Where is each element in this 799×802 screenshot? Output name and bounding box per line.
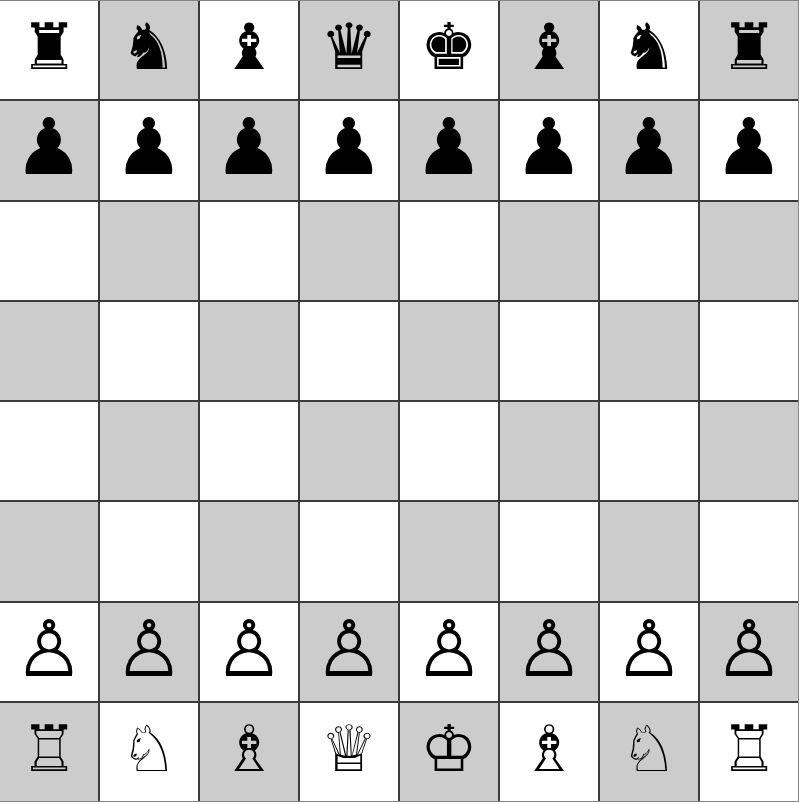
- piece-black-knight[interactable]: ♞: [120, 15, 177, 85]
- square-b2[interactable]: ♙: [100, 603, 198, 701]
- square-d1[interactable]: ♕: [300, 703, 398, 801]
- square-f7[interactable]: ♟: [500, 101, 598, 199]
- square-b6[interactable]: [100, 202, 198, 300]
- piece-black-bishop[interactable]: ♝: [520, 15, 577, 85]
- square-d4[interactable]: [300, 402, 398, 500]
- piece-white-knight[interactable]: ♘: [120, 717, 177, 787]
- square-h1[interactable]: ♖: [700, 703, 798, 801]
- square-h8[interactable]: ♜: [700, 1, 798, 99]
- square-h5[interactable]: [700, 302, 798, 400]
- square-h4[interactable]: [700, 402, 798, 500]
- piece-white-rook[interactable]: ♖: [720, 717, 777, 787]
- square-e8[interactable]: ♚: [400, 1, 498, 99]
- square-a8[interactable]: ♜: [0, 1, 98, 99]
- piece-black-pawn[interactable]: ♟: [614, 108, 684, 192]
- square-d5[interactable]: [300, 302, 398, 400]
- piece-black-rook[interactable]: ♜: [20, 15, 77, 85]
- square-d8[interactable]: ♛: [300, 1, 398, 99]
- piece-white-pawn[interactable]: ♙: [714, 610, 784, 694]
- square-b7[interactable]: ♟: [100, 101, 198, 199]
- square-e5[interactable]: [400, 302, 498, 400]
- square-e7[interactable]: ♟: [400, 101, 498, 199]
- piece-white-pawn[interactable]: ♙: [414, 610, 484, 694]
- piece-black-pawn[interactable]: ♟: [314, 108, 384, 192]
- square-e6[interactable]: [400, 202, 498, 300]
- chess-board: ♜♞♝♛♚♝♞♜♟♟♟♟♟♟♟♟♙♙♙♙♙♙♙♙♖♘♗♕♔♗♘♖: [0, 0, 799, 802]
- square-e4[interactable]: [400, 402, 498, 500]
- piece-black-pawn[interactable]: ♟: [14, 108, 84, 192]
- piece-white-queen[interactable]: ♕: [320, 717, 377, 787]
- square-h7[interactable]: ♟: [700, 101, 798, 199]
- square-g3[interactable]: [600, 502, 698, 600]
- square-c7[interactable]: ♟: [200, 101, 298, 199]
- square-d6[interactable]: [300, 202, 398, 300]
- square-b4[interactable]: [100, 402, 198, 500]
- square-e1[interactable]: ♔: [400, 703, 498, 801]
- square-f4[interactable]: [500, 402, 598, 500]
- square-g7[interactable]: ♟: [600, 101, 698, 199]
- square-f6[interactable]: [500, 202, 598, 300]
- square-c3[interactable]: [200, 502, 298, 600]
- square-g8[interactable]: ♞: [600, 1, 698, 99]
- square-c1[interactable]: ♗: [200, 703, 298, 801]
- square-h6[interactable]: [700, 202, 798, 300]
- square-c5[interactable]: [200, 302, 298, 400]
- square-c2[interactable]: ♙: [200, 603, 298, 701]
- square-c4[interactable]: [200, 402, 298, 500]
- piece-black-pawn[interactable]: ♟: [214, 108, 284, 192]
- square-f5[interactable]: [500, 302, 598, 400]
- square-e3[interactable]: [400, 502, 498, 600]
- square-g1[interactable]: ♘: [600, 703, 698, 801]
- piece-black-pawn[interactable]: ♟: [114, 108, 184, 192]
- square-a1[interactable]: ♖: [0, 703, 98, 801]
- piece-black-queen[interactable]: ♛: [320, 15, 377, 85]
- piece-white-rook[interactable]: ♖: [20, 717, 77, 787]
- piece-white-knight[interactable]: ♘: [620, 717, 677, 787]
- square-d7[interactable]: ♟: [300, 101, 398, 199]
- piece-white-pawn[interactable]: ♙: [14, 610, 84, 694]
- piece-white-pawn[interactable]: ♙: [514, 610, 584, 694]
- piece-black-pawn[interactable]: ♟: [714, 108, 784, 192]
- piece-black-bishop[interactable]: ♝: [220, 15, 277, 85]
- square-h3[interactable]: [700, 502, 798, 600]
- piece-white-king[interactable]: ♔: [420, 717, 477, 787]
- square-a4[interactable]: [0, 402, 98, 500]
- square-g4[interactable]: [600, 402, 698, 500]
- square-g2[interactable]: ♙: [600, 603, 698, 701]
- square-b1[interactable]: ♘: [100, 703, 198, 801]
- piece-white-pawn[interactable]: ♙: [214, 610, 284, 694]
- piece-black-rook[interactable]: ♜: [720, 15, 777, 85]
- piece-white-bishop[interactable]: ♗: [220, 717, 277, 787]
- square-a6[interactable]: [0, 202, 98, 300]
- square-d2[interactable]: ♙: [300, 603, 398, 701]
- piece-white-bishop[interactable]: ♗: [520, 717, 577, 787]
- square-f3[interactable]: [500, 502, 598, 600]
- square-a3[interactable]: [0, 502, 98, 600]
- piece-white-pawn[interactable]: ♙: [314, 610, 384, 694]
- square-b3[interactable]: [100, 502, 198, 600]
- square-c8[interactable]: ♝: [200, 1, 298, 99]
- square-d3[interactable]: [300, 502, 398, 600]
- square-a5[interactable]: [0, 302, 98, 400]
- piece-white-pawn[interactable]: ♙: [614, 610, 684, 694]
- square-f2[interactable]: ♙: [500, 603, 598, 701]
- square-f8[interactable]: ♝: [500, 1, 598, 99]
- square-g6[interactable]: [600, 202, 698, 300]
- square-a2[interactable]: ♙: [0, 603, 98, 701]
- square-f1[interactable]: ♗: [500, 703, 598, 801]
- piece-black-king[interactable]: ♚: [420, 15, 477, 85]
- square-g5[interactable]: [600, 302, 698, 400]
- piece-black-pawn[interactable]: ♟: [514, 108, 584, 192]
- square-h2[interactable]: ♙: [700, 603, 798, 701]
- piece-white-pawn[interactable]: ♙: [114, 610, 184, 694]
- square-a7[interactable]: ♟: [0, 101, 98, 199]
- square-b5[interactable]: [100, 302, 198, 400]
- piece-black-knight[interactable]: ♞: [620, 15, 677, 85]
- square-b8[interactable]: ♞: [100, 1, 198, 99]
- piece-black-pawn[interactable]: ♟: [414, 108, 484, 192]
- square-e2[interactable]: ♙: [400, 603, 498, 701]
- square-c6[interactable]: [200, 202, 298, 300]
